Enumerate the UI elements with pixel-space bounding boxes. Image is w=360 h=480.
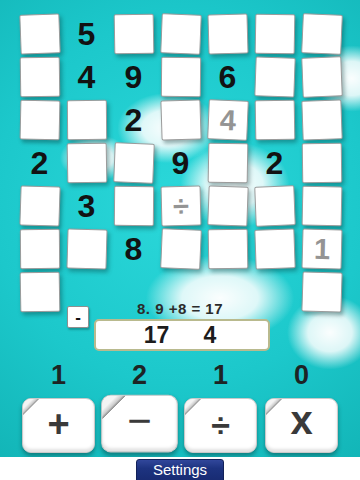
board-cell: 2 (16, 141, 63, 184)
operator-counts: 1 2 1 0 (18, 360, 342, 391)
face-down-tile[interactable] (19, 56, 60, 97)
face-down-tile[interactable] (113, 185, 153, 225)
face-down-tile[interactable] (19, 99, 60, 140)
board-cell (16, 98, 63, 141)
board-cell: 5 (63, 12, 110, 55)
page-curl-icon (22, 398, 39, 415)
face-down-tile[interactable] (254, 99, 295, 140)
face-down-tile[interactable] (160, 56, 200, 96)
board-cell (298, 12, 345, 55)
face-down-tile[interactable] (160, 228, 202, 270)
divide-icon: ÷ (211, 408, 230, 442)
board-cell: 6 (204, 55, 251, 98)
face-down-tile[interactable] (207, 142, 248, 183)
game-screen: 5496242923÷81 - 8. 9 +8 = 17 17 4 1 2 1 … (0, 0, 360, 480)
face-down-tile[interactable] (19, 13, 60, 54)
board-cell (157, 98, 204, 141)
gray-hint-number: 1 (313, 234, 330, 263)
board-cell (298, 141, 345, 184)
board-cell: 2 (110, 98, 157, 141)
multiply-count: 0 (261, 360, 342, 391)
puzzle-board: 5496242923÷81 (16, 12, 345, 313)
face-down-tile[interactable] (207, 185, 248, 226)
minus-mini-tile[interactable]: - (67, 306, 89, 328)
board-cell (251, 98, 298, 141)
minus-icon: − (127, 398, 152, 440)
board-cell (157, 55, 204, 98)
settings-button[interactable]: Settings (136, 459, 224, 480)
board-cell (251, 184, 298, 227)
board-cell (298, 184, 345, 227)
face-down-tile[interactable] (254, 56, 295, 97)
face-down-tile[interactable] (19, 228, 59, 268)
board-cell: 4 (63, 55, 110, 98)
operator-button-row: + − ÷ x (22, 398, 338, 453)
page-curl-icon (184, 398, 201, 415)
minus-count: 2 (99, 360, 180, 391)
face-down-tile[interactable] (160, 13, 202, 55)
board-cell: 1 (298, 227, 345, 270)
board-cell (204, 141, 251, 184)
face-down-tile[interactable] (301, 56, 343, 98)
board-cell: 9 (157, 141, 204, 184)
revealed-number: 9 (172, 147, 190, 179)
face-down-tile[interactable] (301, 142, 342, 183)
plus-icon: + (47, 405, 69, 443)
face-down-tile[interactable]: 4 (207, 99, 249, 141)
plus-button[interactable]: + (22, 398, 95, 453)
board-cell: 3 (63, 184, 110, 227)
face-down-tile[interactable] (66, 142, 107, 183)
plus-count: 1 (18, 360, 99, 391)
equation-prompt: 8. 9 +8 = 17 (95, 300, 265, 317)
multiply-button[interactable]: x (265, 398, 338, 453)
face-down-tile[interactable] (207, 13, 248, 54)
gray-hint-number: 4 (219, 105, 236, 135)
board-cell (298, 55, 345, 98)
face-down-tile[interactable] (301, 185, 342, 226)
face-down-tile[interactable] (254, 185, 296, 227)
revealed-number: 2 (266, 147, 284, 179)
board-cell: 9 (110, 55, 157, 98)
board-cell (157, 227, 204, 270)
face-down-tile[interactable] (301, 271, 342, 312)
board-cell (251, 55, 298, 98)
face-down-tile[interactable] (19, 271, 60, 312)
revealed-number: 2 (31, 147, 49, 179)
board-cell (63, 141, 110, 184)
face-down-tile[interactable] (254, 228, 295, 269)
divide-button[interactable]: ÷ (184, 398, 257, 453)
board-cell (16, 227, 63, 270)
page-curl-icon (265, 398, 282, 415)
board-cell (110, 141, 157, 184)
board-cell (16, 55, 63, 98)
answer-input-box[interactable]: 17 4 (94, 319, 270, 351)
divide-count: 1 (180, 360, 261, 391)
face-down-tile[interactable] (301, 13, 343, 55)
board-cell: ÷ (157, 184, 204, 227)
face-down-tile[interactable] (66, 228, 107, 269)
revealed-number: 9 (125, 61, 143, 93)
answer-value-1: 17 (144, 324, 170, 347)
board-cell (63, 98, 110, 141)
gray-hint-number: ÷ (172, 191, 189, 220)
multiply-icon: x (290, 400, 312, 440)
board-cell (251, 227, 298, 270)
answer-value-2: 4 (203, 324, 216, 347)
revealed-number: 4 (78, 61, 96, 93)
revealed-number: 8 (125, 233, 143, 265)
page-curl-icon (101, 395, 125, 419)
board-cell (63, 227, 110, 270)
board-cell (298, 270, 345, 313)
face-down-tile[interactable]: ÷ (160, 185, 201, 226)
minus-button[interactable]: − (101, 395, 178, 453)
revealed-number: 3 (78, 190, 96, 222)
revealed-number: 6 (219, 61, 237, 93)
board-cell (204, 184, 251, 227)
board-cell: 8 (110, 227, 157, 270)
face-down-tile[interactable] (254, 13, 295, 54)
board-cell (16, 12, 63, 55)
face-down-tile[interactable]: 1 (301, 228, 342, 269)
face-down-tile[interactable] (160, 99, 201, 140)
face-down-tile[interactable] (207, 228, 248, 269)
face-down-tile[interactable] (113, 142, 155, 184)
board-cell (16, 270, 63, 313)
revealed-number: 2 (125, 104, 143, 136)
board-cell (110, 184, 157, 227)
board-cell (204, 227, 251, 270)
face-down-tile[interactable] (66, 99, 106, 139)
face-down-tile[interactable] (19, 185, 60, 226)
board-cell (204, 12, 251, 55)
board-cell (16, 184, 63, 227)
board-cell (157, 12, 204, 55)
board-cell (110, 12, 157, 55)
revealed-number: 5 (78, 18, 96, 50)
face-down-tile[interactable] (301, 99, 342, 140)
board-cell: 2 (251, 141, 298, 184)
board-cell: 4 (204, 98, 251, 141)
face-down-tile[interactable] (113, 13, 154, 54)
board-cell (251, 12, 298, 55)
board-cell (298, 98, 345, 141)
